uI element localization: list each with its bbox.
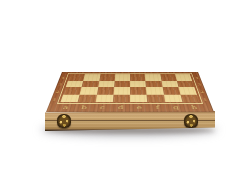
board-square: [163, 94, 182, 102]
file-label: d: [111, 104, 130, 111]
rank-label: 3: [195, 81, 205, 88]
board-square: [80, 87, 98, 94]
board-square: [114, 81, 130, 88]
rank-label: 1: [200, 95, 211, 103]
board-square: [98, 81, 115, 88]
rank-label: 2: [197, 88, 207, 96]
photo-background: abcdefgh 4321 4321: [0, 0, 249, 186]
board-square: [146, 81, 163, 88]
board-square: [146, 87, 163, 94]
file-label: b: [74, 104, 94, 111]
chess-box: abcdefgh 4321 4321: [46, 72, 214, 112]
board-square: [95, 94, 113, 102]
board-square: [113, 87, 130, 94]
board-square: [177, 81, 195, 88]
checkerboard: [60, 74, 199, 102]
file-label: f: [148, 104, 167, 111]
file-label: e: [130, 104, 149, 111]
board-square: [180, 94, 199, 102]
file-label: h: [184, 104, 204, 111]
board-square: [130, 94, 147, 102]
board-square: [130, 87, 147, 94]
board-square: [178, 87, 197, 94]
file-label: c: [93, 104, 112, 111]
brass-clasp-right: [184, 114, 198, 128]
file-label: g: [166, 104, 186, 111]
board-square: [97, 87, 114, 94]
board-square: [147, 94, 165, 102]
board-square: [82, 81, 99, 88]
board-square: [162, 87, 180, 94]
file-label: a: [55, 104, 75, 111]
board-top-face: abcdefgh 4321 4321: [46, 72, 214, 112]
board-square: [113, 94, 130, 102]
board-square: [161, 81, 178, 88]
board-square: [78, 94, 97, 102]
board-frame-pinstripe: [57, 73, 203, 104]
board-square: [130, 81, 146, 88]
file-labels: abcdefgh: [55, 104, 204, 111]
brass-clasp-left: [57, 114, 71, 128]
